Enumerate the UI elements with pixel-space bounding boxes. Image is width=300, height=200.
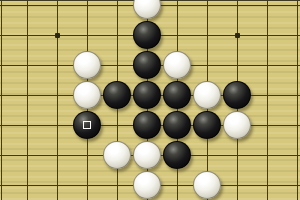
go-board[interactable]	[0, 0, 300, 200]
black-stone	[133, 81, 161, 109]
black-stone	[193, 111, 221, 139]
black-stone	[133, 51, 161, 79]
black-stone	[133, 111, 161, 139]
white-stone	[163, 51, 191, 79]
board-screenshot	[0, 0, 300, 200]
white-stone	[133, 171, 161, 199]
white-stone	[193, 171, 221, 199]
white-stone	[223, 111, 251, 139]
white-stone	[133, 141, 161, 169]
last-move-marker	[83, 121, 91, 129]
black-stone	[163, 81, 191, 109]
hoshi-star-point	[235, 33, 240, 38]
black-stone	[73, 111, 101, 139]
white-stone	[103, 141, 131, 169]
hoshi-star-point	[55, 33, 60, 38]
grid-line-vertical	[1, 0, 2, 200]
black-stone	[223, 81, 251, 109]
white-stone	[133, 0, 161, 19]
black-stone	[163, 141, 191, 169]
black-stone	[133, 21, 161, 49]
white-stone	[193, 81, 221, 109]
grid-line-vertical	[267, 0, 268, 200]
black-stone	[163, 111, 191, 139]
white-stone	[73, 51, 101, 79]
grid-line-vertical	[57, 0, 58, 200]
grid-line-vertical	[27, 0, 28, 200]
black-stone	[103, 81, 131, 109]
white-stone	[73, 81, 101, 109]
grid-line-vertical	[297, 0, 298, 200]
